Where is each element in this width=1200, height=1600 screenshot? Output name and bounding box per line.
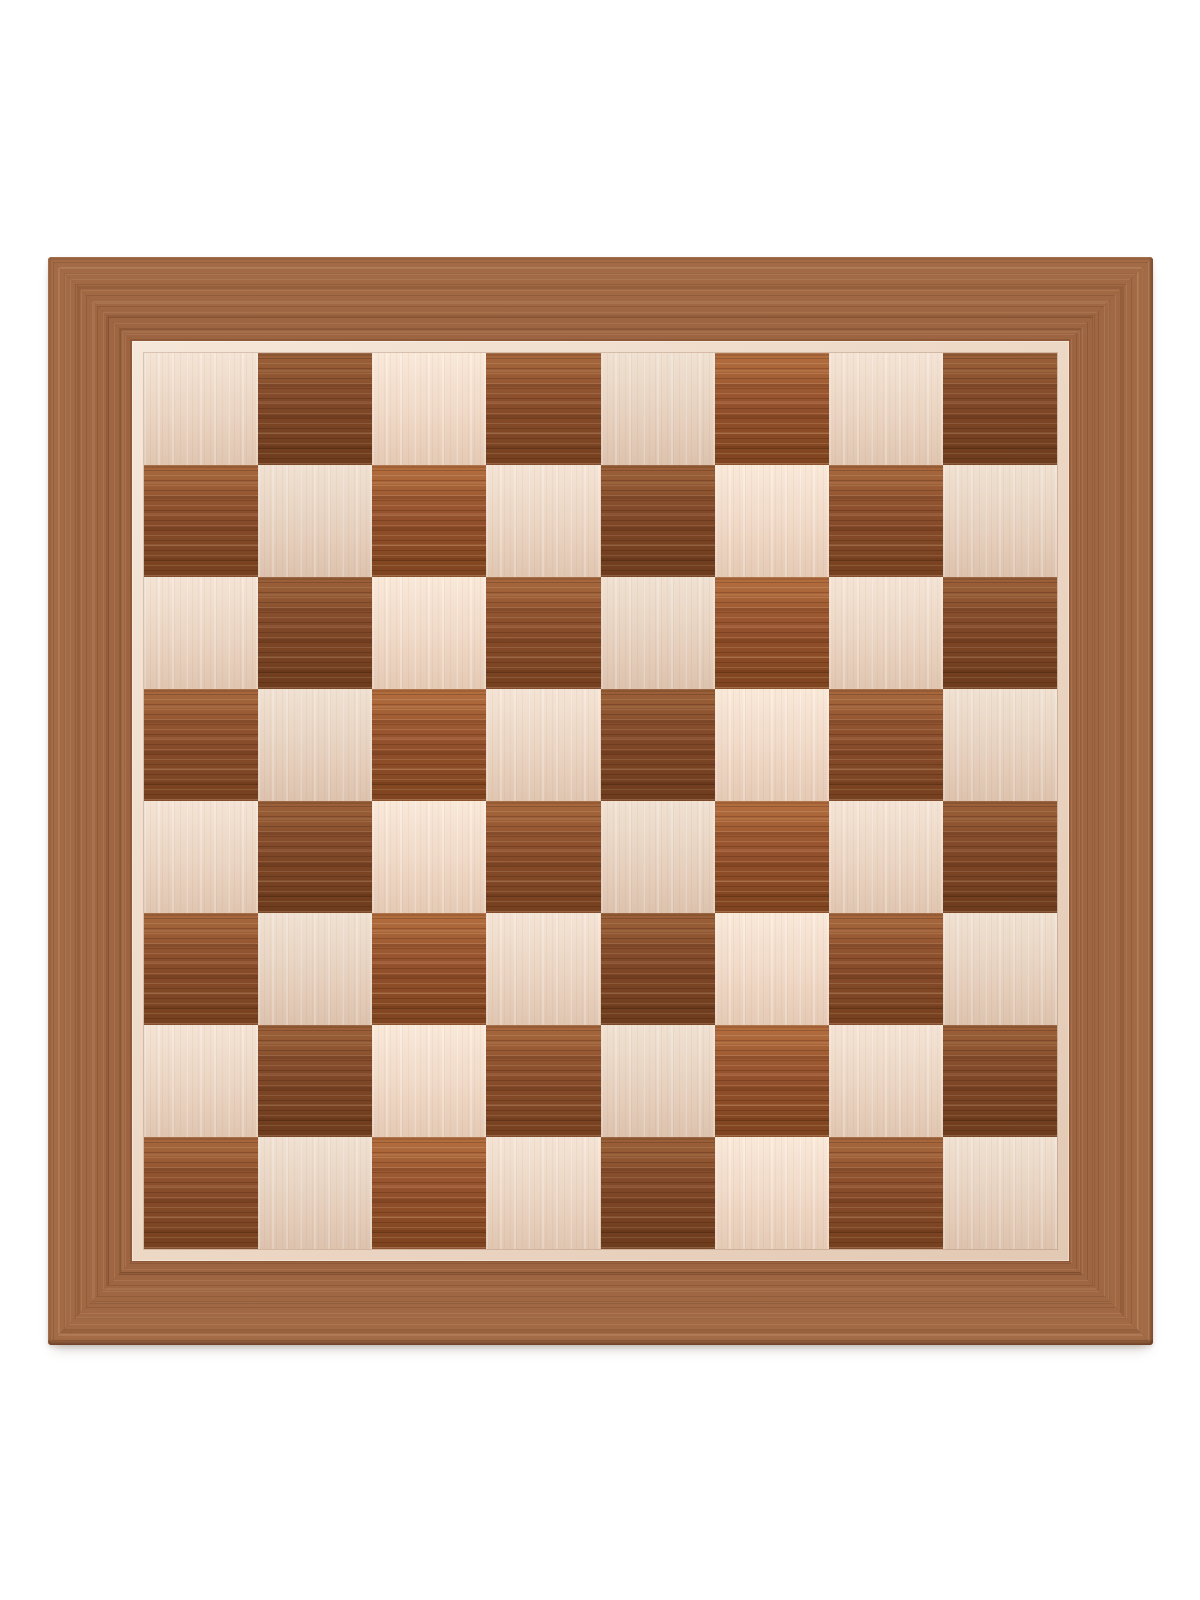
square-d5 xyxy=(486,689,600,801)
square-h4 xyxy=(943,801,1057,913)
square-g6 xyxy=(829,577,943,689)
square-e5 xyxy=(601,689,715,801)
square-g4 xyxy=(829,801,943,913)
square-c8 xyxy=(372,353,486,465)
square-c5 xyxy=(372,689,486,801)
square-e6 xyxy=(601,577,715,689)
square-f6 xyxy=(715,577,829,689)
square-h6 xyxy=(943,577,1057,689)
square-b2 xyxy=(258,1025,372,1137)
photo-background xyxy=(0,0,1200,1600)
square-h7 xyxy=(943,465,1057,577)
square-d4 xyxy=(486,801,600,913)
square-b3 xyxy=(258,913,372,1025)
square-g7 xyxy=(829,465,943,577)
square-a2 xyxy=(144,1025,258,1137)
square-a6 xyxy=(144,577,258,689)
square-h8 xyxy=(943,353,1057,465)
square-b5 xyxy=(258,689,372,801)
square-f5 xyxy=(715,689,829,801)
square-c6 xyxy=(372,577,486,689)
square-a5 xyxy=(144,689,258,801)
square-e1 xyxy=(601,1137,715,1249)
square-g3 xyxy=(829,913,943,1025)
square-a1 xyxy=(144,1137,258,1249)
square-d7 xyxy=(486,465,600,577)
square-h1 xyxy=(943,1137,1057,1249)
square-b4 xyxy=(258,801,372,913)
square-a3 xyxy=(144,913,258,1025)
square-a4 xyxy=(144,801,258,913)
square-f2 xyxy=(715,1025,829,1137)
chess-board xyxy=(48,257,1153,1345)
square-f8 xyxy=(715,353,829,465)
square-e7 xyxy=(601,465,715,577)
square-f1 xyxy=(715,1137,829,1249)
square-h5 xyxy=(943,689,1057,801)
square-d3 xyxy=(486,913,600,1025)
square-c2 xyxy=(372,1025,486,1137)
square-h3 xyxy=(943,913,1057,1025)
square-c1 xyxy=(372,1137,486,1249)
square-b6 xyxy=(258,577,372,689)
square-a7 xyxy=(144,465,258,577)
square-g2 xyxy=(829,1025,943,1137)
square-d6 xyxy=(486,577,600,689)
square-f4 xyxy=(715,801,829,913)
square-d2 xyxy=(486,1025,600,1137)
square-b8 xyxy=(258,353,372,465)
square-e2 xyxy=(601,1025,715,1137)
square-a8 xyxy=(144,353,258,465)
square-g1 xyxy=(829,1137,943,1249)
square-e4 xyxy=(601,801,715,913)
square-g8 xyxy=(829,353,943,465)
square-b7 xyxy=(258,465,372,577)
square-d1 xyxy=(486,1137,600,1249)
square-h2 xyxy=(943,1025,1057,1137)
square-c3 xyxy=(372,913,486,1025)
square-d8 xyxy=(486,353,600,465)
square-f3 xyxy=(715,913,829,1025)
square-c7 xyxy=(372,465,486,577)
square-f7 xyxy=(715,465,829,577)
square-e3 xyxy=(601,913,715,1025)
playing-area xyxy=(144,353,1057,1249)
square-e8 xyxy=(601,353,715,465)
square-c4 xyxy=(372,801,486,913)
square-b1 xyxy=(258,1137,372,1249)
square-g5 xyxy=(829,689,943,801)
